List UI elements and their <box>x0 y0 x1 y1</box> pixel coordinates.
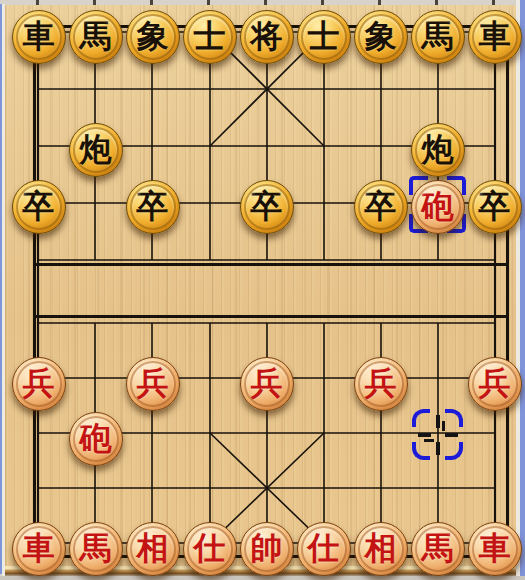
board-point: 馬 <box>67 516 124 573</box>
red-elephant-disc[interactable]: 相 <box>126 522 180 576</box>
black-cannon-glyph: 炮 <box>80 133 112 165</box>
board-point: 将 <box>238 4 295 61</box>
piece-red-horse[interactable]: 馬 <box>67 516 124 573</box>
black-general-glyph: 将 <box>251 20 283 52</box>
piece-black-soldier[interactable]: 卒 <box>124 174 181 231</box>
black-soldier-disc[interactable]: 卒 <box>126 180 180 234</box>
piece-red-advisor[interactable]: 仕 <box>181 516 238 573</box>
board-point: 馬 <box>409 516 466 573</box>
piece-black-horse[interactable]: 馬 <box>409 4 466 61</box>
piece-black-soldier[interactable]: 卒 <box>352 174 409 231</box>
piece-black-horse[interactable]: 馬 <box>67 4 124 61</box>
red-advisor-glyph: 仕 <box>194 532 226 564</box>
board-point: 卒 <box>238 174 295 231</box>
board-point: 仕 <box>295 516 352 573</box>
black-horse-disc[interactable]: 馬 <box>69 10 123 64</box>
board-point: 卒 <box>466 174 523 231</box>
red-chariot-disc[interactable]: 車 <box>12 522 66 576</box>
piece-black-soldier[interactable]: 卒 <box>238 174 295 231</box>
board-point: 兵 <box>352 351 409 408</box>
board-point: 車 <box>10 4 67 61</box>
red-elephant-glyph: 相 <box>365 532 397 564</box>
red-soldier-glyph: 兵 <box>365 367 397 399</box>
piece-red-elephant[interactable]: 相 <box>352 516 409 573</box>
black-advisor-glyph: 士 <box>308 20 340 52</box>
black-elephant-glyph: 象 <box>365 20 397 52</box>
crosshair-cursor <box>416 413 460 457</box>
red-soldier-disc[interactable]: 兵 <box>240 357 294 411</box>
red-chariot-glyph: 車 <box>479 532 511 564</box>
black-soldier-glyph: 卒 <box>479 190 511 222</box>
piece-red-soldier[interactable]: 兵 <box>124 351 181 408</box>
board-point: 相 <box>124 516 181 573</box>
black-chariot-glyph: 車 <box>23 20 55 52</box>
black-soldier-glyph: 卒 <box>23 190 55 222</box>
board-point: 砲 <box>67 406 124 463</box>
piece-black-elephant[interactable]: 象 <box>352 4 409 61</box>
board-point: 士 <box>181 4 238 61</box>
board-point: 馬 <box>67 4 124 61</box>
board-point: 兵 <box>10 351 67 408</box>
piece-black-cannon[interactable]: 炮 <box>67 117 124 174</box>
board-point: 卒 <box>352 174 409 231</box>
black-soldier-disc[interactable]: 卒 <box>12 180 66 234</box>
black-chariot-disc[interactable]: 車 <box>468 10 522 64</box>
piece-red-cannon[interactable]: 砲 <box>67 406 124 463</box>
black-advisor-glyph: 士 <box>194 20 226 52</box>
red-advisor-disc[interactable]: 仕 <box>183 522 237 576</box>
red-elephant-glyph: 相 <box>137 532 169 564</box>
board-point: 象 <box>352 4 409 61</box>
piece-red-soldier[interactable]: 兵 <box>466 351 523 408</box>
piece-black-elephant[interactable]: 象 <box>124 4 181 61</box>
black-soldier-glyph: 卒 <box>251 190 283 222</box>
black-chariot-glyph: 車 <box>479 20 511 52</box>
board-point: 卒 <box>10 174 67 231</box>
red-soldier-glyph: 兵 <box>479 367 511 399</box>
red-chariot-glyph: 車 <box>23 532 55 564</box>
black-cannon-disc[interactable]: 炮 <box>411 123 465 177</box>
red-cannon-glyph: 砲 <box>422 190 454 222</box>
black-elephant-disc[interactable]: 象 <box>354 10 408 64</box>
red-horse-glyph: 馬 <box>422 532 454 564</box>
black-elephant-disc[interactable]: 象 <box>126 10 180 64</box>
piece-red-cannon[interactable]: 砲 <box>409 174 466 231</box>
black-chariot-disc[interactable]: 車 <box>12 10 66 64</box>
piece-red-elephant[interactable]: 相 <box>124 516 181 573</box>
board-point: 炮 <box>67 117 124 174</box>
red-horse-disc[interactable]: 馬 <box>411 522 465 576</box>
black-soldier-glyph: 卒 <box>365 190 397 222</box>
board-point: 砲 <box>409 174 466 231</box>
board-point: 炮 <box>409 117 466 174</box>
red-cannon-disc[interactable]: 砲 <box>411 180 465 234</box>
red-horse-disc[interactable]: 馬 <box>69 522 123 576</box>
piece-red-soldier[interactable]: 兵 <box>238 351 295 408</box>
black-cannon-glyph: 炮 <box>422 133 454 165</box>
red-general-disc[interactable]: 帥 <box>240 522 294 576</box>
piece-red-soldier[interactable]: 兵 <box>352 351 409 408</box>
red-soldier-glyph: 兵 <box>137 367 169 399</box>
piece-black-chariot[interactable]: 車 <box>10 4 67 61</box>
board-point: 仕 <box>181 516 238 573</box>
board-point: 兵 <box>466 351 523 408</box>
board-point: 士 <box>295 4 352 61</box>
red-advisor-disc[interactable]: 仕 <box>297 522 351 576</box>
board-point: 兵 <box>238 351 295 408</box>
black-cannon-disc[interactable]: 炮 <box>69 123 123 177</box>
red-advisor-glyph: 仕 <box>308 532 340 564</box>
board-point: 象 <box>124 4 181 61</box>
red-general-glyph: 帥 <box>251 532 283 564</box>
black-horse-glyph: 馬 <box>422 20 454 52</box>
black-advisor-disc[interactable]: 士 <box>297 10 351 64</box>
board-point: 相 <box>352 516 409 573</box>
black-soldier-disc[interactable]: 卒 <box>240 180 294 234</box>
piece-black-general[interactable]: 将 <box>238 4 295 61</box>
black-soldier-disc[interactable]: 卒 <box>468 180 522 234</box>
board-point: 兵 <box>124 351 181 408</box>
board-point: 馬 <box>409 4 466 61</box>
piece-red-chariot[interactable]: 車 <box>10 516 67 573</box>
red-soldier-disc[interactable]: 兵 <box>354 357 408 411</box>
piece-black-soldier[interactable]: 卒 <box>466 174 523 231</box>
red-soldier-glyph: 兵 <box>23 367 55 399</box>
red-horse-glyph: 馬 <box>80 532 112 564</box>
piece-red-chariot[interactable]: 車 <box>466 516 523 573</box>
piece-black-chariot[interactable]: 車 <box>466 4 523 61</box>
black-elephant-glyph: 象 <box>137 20 169 52</box>
red-cannon-glyph: 砲 <box>80 422 112 454</box>
board-point: 帥 <box>238 516 295 573</box>
black-soldier-disc[interactable]: 卒 <box>354 180 408 234</box>
piece-black-advisor[interactable]: 士 <box>295 4 352 61</box>
black-general-disc[interactable]: 将 <box>240 10 294 64</box>
board-point: 車 <box>466 516 523 573</box>
red-chariot-disc[interactable]: 車 <box>468 522 522 576</box>
xiangqi-app-screen: 車馬象士将士象馬車炮炮卒卒卒卒砲卒兵兵兵兵兵砲車馬相仕帥仕相馬車 <box>0 0 525 580</box>
piece-black-advisor[interactable]: 士 <box>181 4 238 61</box>
black-soldier-glyph: 卒 <box>137 190 169 222</box>
piece-red-soldier[interactable]: 兵 <box>10 351 67 408</box>
red-elephant-disc[interactable]: 相 <box>354 522 408 576</box>
piece-red-horse[interactable]: 馬 <box>409 516 466 573</box>
red-soldier-disc[interactable]: 兵 <box>12 357 66 411</box>
red-soldier-disc[interactable]: 兵 <box>468 357 522 411</box>
black-horse-glyph: 馬 <box>80 20 112 52</box>
piece-red-general[interactable]: 帥 <box>238 516 295 573</box>
red-soldier-disc[interactable]: 兵 <box>126 357 180 411</box>
piece-black-soldier[interactable]: 卒 <box>10 174 67 231</box>
board-point: 車 <box>466 4 523 61</box>
board-point: 車 <box>10 516 67 573</box>
black-advisor-disc[interactable]: 士 <box>183 10 237 64</box>
board-point: 卒 <box>124 174 181 231</box>
origin-marker-cell[interactable] <box>409 406 466 463</box>
red-soldier-glyph: 兵 <box>251 367 283 399</box>
black-horse-disc[interactable]: 馬 <box>411 10 465 64</box>
red-cannon-disc[interactable]: 砲 <box>69 412 123 466</box>
piece-red-advisor[interactable]: 仕 <box>295 516 352 573</box>
piece-black-cannon[interactable]: 炮 <box>409 117 466 174</box>
xiangqi-board: 車馬象士将士象馬車炮炮卒卒卒卒砲卒兵兵兵兵兵砲車馬相仕帥仕相馬車 <box>10 4 523 572</box>
